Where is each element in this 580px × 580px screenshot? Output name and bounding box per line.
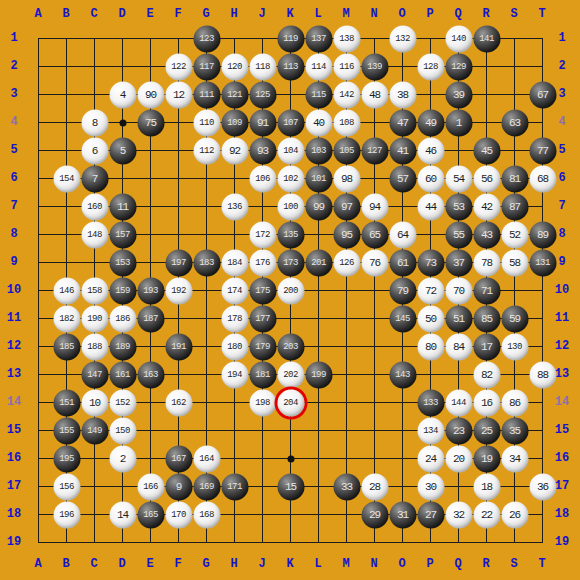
stone-F3-move-12[interactable]: 12 (165, 81, 192, 108)
stone-O3-move-38[interactable]: 38 (389, 81, 416, 108)
stone-N18-move-29[interactable]: 29 (361, 501, 388, 528)
stone-E10-move-193[interactable]: 193 (137, 277, 164, 304)
stone-move-number: 101 (311, 174, 326, 184)
stone-S6-move-81[interactable]: 81 (501, 165, 528, 192)
stone-F2-move-122[interactable]: 122 (165, 53, 192, 80)
stone-P7-move-44[interactable]: 44 (417, 193, 444, 220)
stone-Q6-move-54[interactable]: 54 (445, 165, 472, 192)
stone-K5-move-104[interactable]: 104 (277, 137, 304, 164)
stone-M5-move-105[interactable]: 105 (333, 137, 360, 164)
stone-N17-move-28[interactable]: 28 (361, 473, 388, 500)
row-label-left-6: 6 (0, 170, 28, 186)
stone-move-number: 191 (171, 342, 186, 352)
stone-H9-move-184[interactable]: 184 (221, 249, 248, 276)
stone-B18-move-196[interactable]: 196 (53, 501, 80, 528)
stone-G3-move-111[interactable]: 111 (193, 81, 220, 108)
stone-E13-move-163[interactable]: 163 (137, 361, 164, 388)
stone-move-number: 82 (481, 369, 492, 381)
star-point-D4 (119, 119, 126, 126)
stone-move-number: 116 (339, 62, 354, 72)
stone-move-number: 122 (171, 62, 186, 72)
stone-G4-move-110[interactable]: 110 (193, 109, 220, 136)
stone-move-number: 115 (311, 90, 326, 100)
stone-move-number: 68 (537, 173, 548, 185)
stone-move-number: 133 (423, 398, 438, 408)
stone-M17-move-33[interactable]: 33 (333, 473, 360, 500)
stone-move-number: 90 (145, 89, 156, 101)
row-label-left-5: 5 (0, 142, 28, 158)
stone-Q11-move-51[interactable]: 51 (445, 305, 472, 332)
col-label-bottom-L: L (304, 556, 332, 572)
stone-H2-move-120[interactable]: 120 (221, 53, 248, 80)
stone-move-number: 81 (509, 173, 520, 185)
stone-move-number: 118 (255, 62, 270, 72)
stone-move-number: 194 (227, 370, 242, 380)
stone-move-number: 94 (369, 201, 380, 213)
stone-C15-move-149[interactable]: 149 (81, 417, 108, 444)
stone-S11-move-59[interactable]: 59 (501, 305, 528, 332)
stone-move-number: 132 (395, 34, 410, 44)
stone-move-number: 185 (59, 342, 74, 352)
stone-H13-move-194[interactable]: 194 (221, 361, 248, 388)
stone-D15-move-150[interactable]: 150 (109, 417, 136, 444)
stone-K13-move-202[interactable]: 202 (277, 361, 304, 388)
stone-move-number: 38 (397, 89, 408, 101)
stone-F14-move-162[interactable]: 162 (165, 389, 192, 416)
stone-N7-move-94[interactable]: 94 (361, 193, 388, 220)
col-label-bottom-K: K (276, 556, 304, 572)
stone-M9-move-126[interactable]: 126 (333, 249, 360, 276)
stone-D18-move-14[interactable]: 14 (109, 501, 136, 528)
stone-P6-move-60[interactable]: 60 (417, 165, 444, 192)
stone-C6-move-7[interactable]: 7 (81, 165, 108, 192)
stone-E17-move-166[interactable]: 166 (137, 473, 164, 500)
stone-O6-move-57[interactable]: 57 (389, 165, 416, 192)
col-label-top-O: O (388, 6, 416, 22)
col-label-top-J: J (248, 6, 276, 22)
stone-L9-move-201[interactable]: 201 (305, 249, 332, 276)
stone-F16-move-167[interactable]: 167 (165, 445, 192, 472)
col-label-top-R: R (472, 6, 500, 22)
stone-D16-move-2[interactable]: 2 (109, 445, 136, 472)
stone-D3-move-4[interactable]: 4 (109, 81, 136, 108)
col-label-bottom-E: E (136, 556, 164, 572)
stone-move-number: 147 (87, 370, 102, 380)
row-label-left-19: 19 (0, 534, 28, 550)
stone-move-number: 163 (143, 370, 158, 380)
stone-Q4-move-1[interactable]: 1 (445, 109, 472, 136)
stone-P15-move-134[interactable]: 134 (417, 417, 444, 444)
stone-move-number: 190 (87, 314, 102, 324)
stone-T6-move-68[interactable]: 68 (529, 165, 556, 192)
stone-S4-move-63[interactable]: 63 (501, 109, 528, 136)
stone-P12-move-80[interactable]: 80 (417, 333, 444, 360)
stone-D11-move-186[interactable]: 186 (109, 305, 136, 332)
stone-L13-move-199[interactable]: 199 (305, 361, 332, 388)
stone-move-number: 176 (255, 258, 270, 268)
stone-move-number: 78 (481, 257, 492, 269)
stone-B10-move-146[interactable]: 146 (53, 277, 80, 304)
stone-R6-move-56[interactable]: 56 (473, 165, 500, 192)
stone-move-number: 188 (87, 342, 102, 352)
stone-N8-move-65[interactable]: 65 (361, 221, 388, 248)
stone-D13-move-161[interactable]: 161 (109, 361, 136, 388)
stone-M2-move-116[interactable]: 116 (333, 53, 360, 80)
stone-Q14-move-144[interactable]: 144 (445, 389, 472, 416)
row-label-right-4: 4 (548, 114, 576, 130)
stone-move-number: 121 (227, 90, 242, 100)
stone-move-number: 156 (59, 482, 74, 492)
stone-move-number: 10 (89, 397, 100, 409)
stone-B6-move-154[interactable]: 154 (53, 165, 80, 192)
stone-L1-move-137[interactable]: 137 (305, 25, 332, 52)
stone-move-number: 22 (481, 509, 492, 521)
stone-move-number: 87 (509, 201, 520, 213)
stone-move-number: 98 (341, 173, 352, 185)
stone-G5-move-112[interactable]: 112 (193, 137, 220, 164)
stone-move-number: 153 (115, 258, 130, 268)
stone-R15-move-25[interactable]: 25 (473, 417, 500, 444)
stone-move-number: 177 (255, 314, 270, 324)
stone-T8-move-89[interactable]: 89 (529, 221, 556, 248)
stone-R1-move-141[interactable]: 141 (473, 25, 500, 52)
stone-H10-move-174[interactable]: 174 (221, 277, 248, 304)
stone-move-number: 63 (509, 117, 520, 129)
stone-move-number: 100 (283, 202, 298, 212)
col-label-bottom-O: O (388, 556, 416, 572)
stone-move-number: 178 (227, 314, 242, 324)
stone-R11-move-85[interactable]: 85 (473, 305, 500, 332)
stone-G16-move-164[interactable]: 164 (193, 445, 220, 472)
stone-R14-move-16[interactable]: 16 (473, 389, 500, 416)
stone-J5-move-93[interactable]: 93 (249, 137, 276, 164)
stone-K17-move-15[interactable]: 15 (277, 473, 304, 500)
stone-move-number: 107 (283, 118, 298, 128)
row-label-left-17: 17 (0, 478, 28, 494)
stone-N2-move-139[interactable]: 139 (361, 53, 388, 80)
stone-P14-move-133[interactable]: 133 (417, 389, 444, 416)
stone-G17-move-169[interactable]: 169 (193, 473, 220, 500)
stone-K1-move-119[interactable]: 119 (277, 25, 304, 52)
stone-move-number: 6 (92, 145, 98, 157)
stone-T9-move-131[interactable]: 131 (529, 249, 556, 276)
stone-C7-move-160[interactable]: 160 (81, 193, 108, 220)
stone-move-number: 135 (283, 230, 298, 240)
stone-D14-move-152[interactable]: 152 (109, 389, 136, 416)
stone-P16-move-24[interactable]: 24 (417, 445, 444, 472)
stone-K14-move-204[interactable]: 204 (277, 389, 304, 416)
stone-H4-move-109[interactable]: 109 (221, 109, 248, 136)
stone-G9-move-183[interactable]: 183 (193, 249, 220, 276)
stone-move-number: 193 (143, 286, 158, 296)
stone-move-number: 45 (481, 145, 492, 157)
stone-R12-move-17[interactable]: 17 (473, 333, 500, 360)
stone-D8-move-157[interactable]: 157 (109, 221, 136, 248)
stone-move-number: 114 (311, 62, 326, 72)
stone-G1-move-123[interactable]: 123 (193, 25, 220, 52)
stone-L2-move-114[interactable]: 114 (305, 53, 332, 80)
stone-C11-move-190[interactable]: 190 (81, 305, 108, 332)
stone-move-number: 203 (283, 342, 298, 352)
stone-P18-move-27[interactable]: 27 (417, 501, 444, 528)
stone-J11-move-177[interactable]: 177 (249, 305, 276, 332)
stone-M1-move-138[interactable]: 138 (333, 25, 360, 52)
row-label-left-12: 12 (0, 338, 28, 354)
stone-B16-move-195[interactable]: 195 (53, 445, 80, 472)
stone-L6-move-101[interactable]: 101 (305, 165, 332, 192)
stone-S7-move-87[interactable]: 87 (501, 193, 528, 220)
stone-J10-move-175[interactable]: 175 (249, 277, 276, 304)
stone-L5-move-103[interactable]: 103 (305, 137, 332, 164)
stone-T3-move-67[interactable]: 67 (529, 81, 556, 108)
stone-H7-move-136[interactable]: 136 (221, 193, 248, 220)
stone-B12-move-185[interactable]: 185 (53, 333, 80, 360)
stone-move-number: 149 (87, 426, 102, 436)
stone-move-number: 105 (339, 146, 354, 156)
stone-move-number: 166 (143, 482, 158, 492)
stone-K4-move-107[interactable]: 107 (277, 109, 304, 136)
stone-Q15-move-23[interactable]: 23 (445, 417, 472, 444)
stone-O9-move-61[interactable]: 61 (389, 249, 416, 276)
stone-C14-move-10[interactable]: 10 (81, 389, 108, 416)
stone-move-number: 161 (115, 370, 130, 380)
stone-move-number: 164 (199, 454, 214, 464)
stone-G2-move-117[interactable]: 117 (193, 53, 220, 80)
stone-Q12-move-84[interactable]: 84 (445, 333, 472, 360)
stone-J8-move-172[interactable]: 172 (249, 221, 276, 248)
stone-Q9-move-37[interactable]: 37 (445, 249, 472, 276)
stone-C4-move-8[interactable]: 8 (81, 109, 108, 136)
stone-M7-move-97[interactable]: 97 (333, 193, 360, 220)
stone-L7-move-99[interactable]: 99 (305, 193, 332, 220)
stone-S16-move-34[interactable]: 34 (501, 445, 528, 472)
stone-L3-move-115[interactable]: 115 (305, 81, 332, 108)
stone-J3-move-125[interactable]: 125 (249, 81, 276, 108)
stone-J2-move-118[interactable]: 118 (249, 53, 276, 80)
row-label-left-13: 13 (0, 366, 28, 382)
stone-R8-move-43[interactable]: 43 (473, 221, 500, 248)
stone-move-number: 183 (199, 258, 214, 268)
stone-F17-move-9[interactable]: 9 (165, 473, 192, 500)
stone-D9-move-153[interactable]: 153 (109, 249, 136, 276)
stone-Q3-move-39[interactable]: 39 (445, 81, 472, 108)
stone-J14-move-198[interactable]: 198 (249, 389, 276, 416)
stone-K12-move-203[interactable]: 203 (277, 333, 304, 360)
stone-B17-move-156[interactable]: 156 (53, 473, 80, 500)
stone-R10-move-71[interactable]: 71 (473, 277, 500, 304)
stone-Q10-move-70[interactable]: 70 (445, 277, 472, 304)
stone-move-number: 139 (367, 62, 382, 72)
stone-J12-move-179[interactable]: 179 (249, 333, 276, 360)
stone-move-number: 140 (451, 34, 466, 44)
stone-move-number: 168 (199, 510, 214, 520)
stone-move-number: 180 (227, 342, 242, 352)
stone-M4-move-108[interactable]: 108 (333, 109, 360, 136)
stone-E3-move-90[interactable]: 90 (137, 81, 164, 108)
stone-P11-move-50[interactable]: 50 (417, 305, 444, 332)
stone-move-number: 109 (227, 118, 242, 128)
stone-R7-move-42[interactable]: 42 (473, 193, 500, 220)
stone-H3-move-121[interactable]: 121 (221, 81, 248, 108)
col-label-bottom-B: B (52, 556, 80, 572)
stone-R18-move-22[interactable]: 22 (473, 501, 500, 528)
stone-F12-move-191[interactable]: 191 (165, 333, 192, 360)
stone-O10-move-79[interactable]: 79 (389, 277, 416, 304)
stone-Q1-move-140[interactable]: 140 (445, 25, 472, 52)
stone-L4-move-40[interactable]: 40 (305, 109, 332, 136)
stone-R13-move-82[interactable]: 82 (473, 361, 500, 388)
stone-P5-move-46[interactable]: 46 (417, 137, 444, 164)
stone-move-number: 167 (171, 454, 186, 464)
stone-E4-move-75[interactable]: 75 (137, 109, 164, 136)
stone-C5-move-6[interactable]: 6 (81, 137, 108, 164)
row-label-left-8: 8 (0, 226, 28, 242)
stone-S12-move-130[interactable]: 130 (501, 333, 528, 360)
stone-B11-move-182[interactable]: 182 (53, 305, 80, 332)
stone-P2-move-128[interactable]: 128 (417, 53, 444, 80)
col-label-top-Q: Q (444, 6, 472, 22)
stone-move-number: 146 (59, 286, 74, 296)
stone-S18-move-26[interactable]: 26 (501, 501, 528, 528)
stone-H11-move-178[interactable]: 178 (221, 305, 248, 332)
stone-move-number: 36 (537, 481, 548, 493)
stone-move-number: 196 (59, 510, 74, 520)
stone-K6-move-102[interactable]: 102 (277, 165, 304, 192)
col-label-top-E: E (136, 6, 164, 22)
stone-move-number: 150 (115, 426, 130, 436)
stone-C8-move-148[interactable]: 148 (81, 221, 108, 248)
stone-M6-move-98[interactable]: 98 (333, 165, 360, 192)
stone-C10-move-158[interactable]: 158 (81, 277, 108, 304)
stone-J6-move-106[interactable]: 106 (249, 165, 276, 192)
stone-Q18-move-32[interactable]: 32 (445, 501, 472, 528)
stone-N9-move-76[interactable]: 76 (361, 249, 388, 276)
stone-move-number: 72 (425, 285, 436, 297)
stone-F9-move-197[interactable]: 197 (165, 249, 192, 276)
stone-move-number: 54 (453, 173, 464, 185)
stone-move-number: 201 (311, 258, 326, 268)
stone-move-number: 173 (283, 258, 298, 268)
stone-K7-move-100[interactable]: 100 (277, 193, 304, 220)
stone-H12-move-180[interactable]: 180 (221, 333, 248, 360)
stone-C13-move-147[interactable]: 147 (81, 361, 108, 388)
stone-O5-move-41[interactable]: 41 (389, 137, 416, 164)
stone-D7-move-11[interactable]: 11 (109, 193, 136, 220)
stone-S8-move-52[interactable]: 52 (501, 221, 528, 248)
stone-F18-move-170[interactable]: 170 (165, 501, 192, 528)
stone-H5-move-92[interactable]: 92 (221, 137, 248, 164)
stone-E18-move-165[interactable]: 165 (137, 501, 164, 528)
stone-J4-move-91[interactable]: 91 (249, 109, 276, 136)
stone-O11-move-145[interactable]: 145 (389, 305, 416, 332)
stone-S9-move-58[interactable]: 58 (501, 249, 528, 276)
stone-T5-move-77[interactable]: 77 (529, 137, 556, 164)
stone-O8-move-64[interactable]: 64 (389, 221, 416, 248)
stone-move-number: 137 (311, 34, 326, 44)
stone-B15-move-155[interactable]: 155 (53, 417, 80, 444)
stone-G18-move-168[interactable]: 168 (193, 501, 220, 528)
stone-move-number: 57 (397, 173, 408, 185)
stone-R16-move-19[interactable]: 19 (473, 445, 500, 472)
stone-O13-move-143[interactable]: 143 (389, 361, 416, 388)
stone-K9-move-173[interactable]: 173 (277, 249, 304, 276)
stone-move-number: 76 (369, 257, 380, 269)
stone-move-number: 77 (537, 145, 548, 157)
stone-D5-move-5[interactable]: 5 (109, 137, 136, 164)
stone-P10-move-72[interactable]: 72 (417, 277, 444, 304)
stone-J13-move-181[interactable]: 181 (249, 361, 276, 388)
stone-D10-move-159[interactable]: 159 (109, 277, 136, 304)
stone-K8-move-135[interactable]: 135 (277, 221, 304, 248)
stone-move-number: 56 (481, 173, 492, 185)
stone-R9-move-78[interactable]: 78 (473, 249, 500, 276)
stone-move-number: 20 (453, 453, 464, 465)
stone-move-number: 23 (453, 425, 464, 437)
stone-O4-move-47[interactable]: 47 (389, 109, 416, 136)
stone-move-number: 162 (171, 398, 186, 408)
stone-M3-move-142[interactable]: 142 (333, 81, 360, 108)
stone-S14-move-86[interactable]: 86 (501, 389, 528, 416)
stone-F10-move-192[interactable]: 192 (165, 277, 192, 304)
stone-P17-move-30[interactable]: 30 (417, 473, 444, 500)
stone-K2-move-113[interactable]: 113 (277, 53, 304, 80)
stone-move-number: 47 (397, 117, 408, 129)
stone-T13-move-88[interactable]: 88 (529, 361, 556, 388)
stone-Q2-move-129[interactable]: 129 (445, 53, 472, 80)
stone-move-number: 117 (199, 62, 214, 72)
col-label-top-F: F (164, 6, 192, 22)
stone-M8-move-95[interactable]: 95 (333, 221, 360, 248)
stone-move-number: 73 (425, 257, 436, 269)
stone-T17-move-36[interactable]: 36 (529, 473, 556, 500)
stone-D12-move-189[interactable]: 189 (109, 333, 136, 360)
stone-move-number: 44 (425, 201, 436, 213)
stone-C12-move-188[interactable]: 188 (81, 333, 108, 360)
stone-move-number: 184 (227, 258, 242, 268)
stone-O18-move-31[interactable]: 31 (389, 501, 416, 528)
stone-B14-move-151[interactable]: 151 (53, 389, 80, 416)
stone-O1-move-132[interactable]: 132 (389, 25, 416, 52)
col-label-top-N: N (360, 6, 388, 22)
col-label-bottom-N: N (360, 556, 388, 572)
stone-Q8-move-55[interactable]: 55 (445, 221, 472, 248)
col-label-top-L: L (304, 6, 332, 22)
stone-N3-move-48[interactable]: 48 (361, 81, 388, 108)
stone-N5-move-127[interactable]: 127 (361, 137, 388, 164)
stone-H17-move-171[interactable]: 171 (221, 473, 248, 500)
stone-R17-move-18[interactable]: 18 (473, 473, 500, 500)
stone-R5-move-45[interactable]: 45 (473, 137, 500, 164)
stone-S15-move-35[interactable]: 35 (501, 417, 528, 444)
stone-P4-move-49[interactable]: 49 (417, 109, 444, 136)
stone-move-number: 145 (395, 314, 410, 324)
stone-move-number: 50 (425, 313, 436, 325)
stone-Q16-move-20[interactable]: 20 (445, 445, 472, 472)
stone-move-number: 179 (255, 342, 270, 352)
stone-E11-move-187[interactable]: 187 (137, 305, 164, 332)
stone-J9-move-176[interactable]: 176 (249, 249, 276, 276)
stone-move-number: 88 (537, 369, 548, 381)
stone-move-number: 39 (453, 89, 464, 101)
col-label-bottom-R: R (472, 556, 500, 572)
stone-move-number: 144 (451, 398, 466, 408)
stone-P9-move-73[interactable]: 73 (417, 249, 444, 276)
row-label-right-11: 11 (548, 310, 576, 326)
stone-Q7-move-53[interactable]: 53 (445, 193, 472, 220)
stone-move-number: 198 (255, 398, 270, 408)
stone-move-number: 192 (171, 286, 186, 296)
stone-K10-move-200[interactable]: 200 (277, 277, 304, 304)
